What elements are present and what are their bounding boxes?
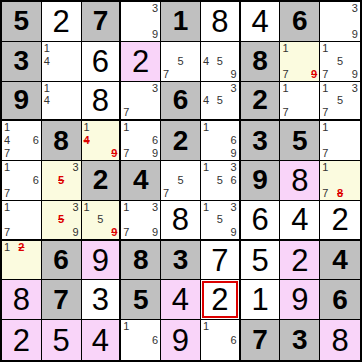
candidate-empty [27, 202, 39, 214]
candidate-empty [214, 147, 225, 159]
candidate: 9 [225, 67, 236, 79]
given-digit: 8 [252, 47, 268, 75]
cell-r7c7[interactable]: 5 [241, 241, 281, 281]
entered-digit: 9 [291, 284, 308, 315]
candidate: 5 [334, 55, 346, 67]
cell-r7c8[interactable]: 2 [280, 241, 320, 281]
candidate-empty [203, 226, 214, 238]
candidate-empty [67, 43, 79, 55]
cell-r1c3[interactable]: 7 [82, 2, 122, 42]
cell-r6c4[interactable]: 1379 [121, 201, 161, 241]
pencil-marks: 35 [42, 161, 81, 200]
candidate-empty [322, 28, 334, 40]
candidate: 1 [4, 202, 16, 214]
candidate-empty [203, 174, 214, 186]
entered-digit: 8 [291, 165, 308, 196]
cell-r6c3[interactable]: 159 [82, 201, 122, 241]
given-digit: 3 [292, 326, 308, 354]
candidate-empty [346, 15, 358, 27]
cell-r2c4[interactable]: 2 [121, 42, 161, 82]
candidate-struck: 9 [106, 147, 117, 159]
candidate-empty [106, 202, 117, 214]
candidate: 6 [147, 135, 159, 147]
cell-r1c9[interactable]: 39 [320, 2, 360, 42]
cell-r3c7[interactable]: 2 [241, 82, 281, 122]
cell-r5c8[interactable]: 8 [280, 161, 320, 201]
candidate: 9 [346, 28, 358, 40]
candidate: 6 [225, 174, 236, 186]
cell-r3c8[interactable]: 17 [280, 82, 320, 122]
candidate-empty [334, 83, 346, 95]
candidate-empty [135, 346, 147, 359]
cell-r8c1[interactable]: 8 [2, 280, 42, 320]
cell-r8c6[interactable]: 2 [201, 280, 241, 320]
candidate-empty [16, 135, 28, 147]
cell-r1c2[interactable]: 2 [42, 2, 82, 42]
candidate: 1 [4, 162, 16, 174]
candidate-empty [55, 43, 67, 55]
candidate-empty [175, 162, 187, 174]
candidate-empty [135, 122, 147, 134]
candidate: 5 [175, 174, 187, 186]
cell-r2c8[interactable]: 179 [280, 42, 320, 82]
cell-r2c7[interactable]: 8 [241, 42, 281, 82]
cell-r2c1[interactable]: 3 [2, 42, 42, 82]
candidate-empty [106, 122, 117, 134]
cell-r9c1[interactable]: 2 [2, 320, 42, 360]
candidate: 1 [84, 122, 95, 134]
candidate-empty [55, 226, 67, 238]
candidate-empty [106, 214, 117, 226]
candidate-empty [135, 106, 147, 118]
candidate-empty [175, 187, 187, 199]
candidate-empty [135, 94, 147, 106]
candidate: 7 [4, 147, 16, 159]
candidate-empty [147, 15, 159, 27]
candidate: 5 [214, 214, 225, 226]
candidate-empty [16, 187, 28, 199]
candidate-empty [123, 28, 135, 40]
candidate-empty [4, 174, 16, 186]
candidate-empty [163, 174, 175, 186]
candidate-empty [44, 174, 56, 186]
cell-r6c5[interactable]: 8 [161, 201, 201, 241]
candidate-empty [282, 55, 294, 67]
candidate-empty [334, 135, 346, 147]
cell-r3c3[interactable]: 8 [82, 82, 122, 122]
candidate-empty [203, 187, 214, 199]
cell-r6c8[interactable]: 4 [280, 201, 320, 241]
candidate: 7 [123, 106, 135, 118]
cell-r6c1[interactable]: 17 [2, 201, 42, 241]
given-digit: 3 [173, 246, 189, 274]
entered-digit: 2 [211, 284, 228, 315]
candidate: 4 [44, 55, 56, 67]
candidate-empty [67, 106, 79, 118]
candidate: 3 [67, 202, 79, 214]
pencil-marks: 459 [201, 42, 239, 81]
candidate: 5 [214, 55, 225, 67]
pencil-marks: 1357 [320, 82, 360, 120]
cell-r7c9[interactable]: 4 [320, 241, 360, 281]
cell-r1c1[interactable]: 5 [2, 2, 42, 42]
candidate: 1 [322, 122, 334, 134]
cell-r7c5[interactable]: 3 [161, 241, 201, 281]
candidate-empty [306, 83, 318, 95]
cell-r5c9[interactable]: 178 [320, 161, 360, 201]
candidate: 1 [123, 321, 135, 334]
candidate-empty [334, 122, 346, 134]
candidate-empty [214, 135, 225, 147]
cell-r3c5[interactable]: 6 [161, 82, 201, 122]
candidate-empty [214, 226, 225, 238]
candidate-empty [44, 202, 56, 214]
candidate-empty [214, 83, 225, 95]
cell-r7c6[interactable]: 7 [201, 241, 241, 281]
entered-digit: 4 [92, 325, 109, 356]
entered-digit: 8 [331, 325, 348, 356]
candidate-empty [346, 174, 358, 186]
candidate: 7 [123, 147, 135, 159]
candidate-empty [306, 94, 318, 106]
candidate-empty [55, 162, 67, 174]
candidate-empty [294, 106, 306, 118]
candidate-empty [186, 187, 198, 199]
candidate-empty [225, 122, 236, 134]
candidate-empty [135, 214, 147, 226]
candidate-empty [294, 43, 306, 55]
cell-r7c4[interactable]: 8 [121, 241, 161, 281]
candidate-empty [27, 187, 39, 199]
candidate: 1 [4, 242, 16, 254]
candidate: 6 [27, 174, 39, 186]
candidate-empty [214, 67, 225, 79]
cell-r9c3[interactable]: 4 [82, 320, 122, 360]
candidate-empty [44, 106, 56, 118]
candidate: 1 [4, 122, 16, 134]
candidate-empty [334, 106, 346, 118]
pencil-marks: 14 [42, 42, 81, 81]
pencil-marks: 16 [201, 320, 239, 360]
entered-digit: 8 [92, 85, 109, 116]
cell-r3c4[interactable]: 37 [121, 82, 161, 122]
pencil-marks: 345 [201, 82, 239, 120]
cell-r5c4[interactable]: 4 [121, 161, 161, 201]
candidate: 7 [4, 226, 16, 238]
candidate-empty [67, 187, 79, 199]
candidate: 7 [123, 226, 135, 238]
candidate-empty [27, 266, 39, 278]
candidate: 7 [322, 67, 334, 79]
candidate-empty [203, 334, 214, 347]
candidate-empty [214, 202, 225, 214]
candidate: 9 [67, 226, 79, 238]
cell-r4c7[interactable]: 3 [241, 121, 281, 161]
candidate-empty [334, 174, 346, 186]
candidate-empty [67, 174, 79, 186]
cell-r3c6[interactable]: 345 [201, 82, 241, 122]
candidate: 7 [4, 187, 16, 199]
given-digit: 2 [93, 166, 109, 194]
cell-r4c4[interactable]: 1679 [121, 121, 161, 161]
candidate-empty [175, 43, 187, 55]
entered-digit: 6 [251, 204, 268, 235]
pencil-marks: 17 [280, 82, 319, 120]
candidate-empty [225, 187, 236, 199]
candidate-empty [123, 346, 135, 359]
candidate-empty [147, 94, 159, 106]
candidate-empty [203, 214, 214, 226]
cell-r7c3[interactable]: 9 [82, 241, 122, 281]
given-digit: 6 [292, 7, 308, 35]
cell-r9c5[interactable]: 9 [161, 320, 201, 360]
cell-r9c7[interactable]: 7 [241, 320, 281, 360]
candidate-empty [135, 83, 147, 95]
candidate-empty [55, 187, 67, 199]
cell-r2c9[interactable]: 1579 [320, 42, 360, 82]
candidate-empty [334, 28, 346, 40]
pencil-marks: 37 [121, 82, 160, 120]
candidate-struck: 9 [306, 67, 318, 79]
candidate: 1 [84, 202, 95, 214]
cell-r9c8[interactable]: 3 [280, 320, 320, 360]
pencil-marks: 12 [2, 241, 41, 280]
cell-r6c6[interactable]: 1359 [201, 201, 241, 241]
cell-r2c2[interactable]: 14 [42, 42, 82, 82]
cell-r3c9[interactable]: 1357 [320, 82, 360, 122]
candidate-struck: 5 [55, 214, 67, 226]
cell-r9c2[interactable]: 5 [42, 320, 82, 360]
candidate: 5 [175, 55, 187, 67]
given-digit: 6 [332, 286, 348, 314]
cell-r9c9[interactable]: 8 [320, 320, 360, 360]
candidate: 1 [322, 83, 334, 95]
entered-digit: 5 [251, 245, 268, 276]
given-digit: 5 [292, 127, 308, 155]
candidate-empty [95, 202, 106, 214]
candidate-empty [186, 43, 198, 55]
cell-r8c7[interactable]: 1 [241, 280, 281, 320]
given-digit: 3 [14, 47, 30, 75]
cell-r3c1[interactable]: 9 [2, 82, 42, 122]
cell-r2c6[interactable]: 459 [201, 42, 241, 82]
cell-r5c2[interactable]: 35 [42, 161, 82, 201]
cell-r1c8[interactable]: 6 [280, 2, 320, 42]
candidate-empty [55, 67, 67, 79]
entered-digit: 9 [172, 325, 189, 356]
candidate-empty [123, 214, 135, 226]
candidate: 3 [346, 3, 358, 15]
candidate-empty [186, 162, 198, 174]
candidate-empty [123, 15, 135, 27]
candidate-empty [95, 135, 106, 147]
candidate-empty [163, 162, 175, 174]
pencil-marks: 1679 [121, 121, 160, 160]
cell-r4c2[interactable]: 8 [42, 121, 82, 161]
candidate-empty [225, 321, 236, 334]
candidate-empty [44, 67, 56, 79]
candidate: 3 [346, 83, 358, 95]
cell-r8c5[interactable]: 4 [161, 280, 201, 320]
entered-digit: 2 [132, 46, 149, 77]
cell-r5c5[interactable]: 57 [161, 161, 201, 201]
cell-r7c2[interactable]: 6 [42, 241, 82, 281]
pencil-marks: 57 [161, 42, 200, 81]
candidate-empty [27, 147, 39, 159]
candidate-empty [84, 226, 95, 238]
cell-r2c5[interactable]: 57 [161, 42, 201, 82]
candidate-empty [123, 3, 135, 15]
candidate: 9 [147, 226, 159, 238]
candidate-empty [123, 334, 135, 347]
candidate: 1 [123, 122, 135, 134]
candidate: 6 [27, 135, 39, 147]
cell-r9c6[interactable]: 16 [201, 320, 241, 360]
entered-digit: 9 [92, 245, 109, 276]
entered-digit: 1 [251, 284, 268, 315]
given-digit: 5 [14, 7, 30, 35]
candidate-empty [135, 135, 147, 147]
candidate-empty [334, 15, 346, 27]
candidate-empty [16, 254, 28, 266]
candidate-empty [334, 147, 346, 159]
candidate-empty [123, 135, 135, 147]
cell-r5c3[interactable]: 2 [82, 161, 122, 201]
cell-r6c2[interactable]: 359 [42, 201, 82, 241]
candidate-empty [346, 147, 358, 159]
entered-digit: 2 [13, 325, 30, 356]
cell-r4c9[interactable]: 17 [320, 121, 360, 161]
candidate: 1 [123, 202, 135, 214]
pencil-marks: 17 [320, 121, 360, 160]
candidate-empty [16, 214, 28, 226]
candidate-empty [27, 254, 39, 266]
entered-digit: 8 [172, 204, 189, 235]
cell-r4c5[interactable]: 2 [161, 121, 201, 161]
cell-r1c6[interactable]: 8 [201, 2, 241, 42]
candidate: 3 [147, 202, 159, 214]
entered-digit: 6 [92, 46, 109, 77]
candidate: 7 [282, 67, 294, 79]
cell-r4c1[interactable]: 1467 [2, 121, 42, 161]
candidate: 5 [95, 214, 106, 226]
candidate-empty [203, 43, 214, 55]
candidate-empty [135, 28, 147, 40]
candidate: 1 [203, 162, 214, 174]
candidate-empty [95, 226, 106, 238]
candidate: 3 [225, 202, 236, 214]
cell-r1c4[interactable]: 39 [121, 2, 161, 42]
candidate: 1 [44, 43, 56, 55]
candidate: 3 [147, 83, 159, 95]
candidate-empty [346, 94, 358, 106]
candidate-empty [282, 94, 294, 106]
entered-digit: 3 [92, 284, 109, 315]
candidate: 1 [44, 83, 56, 95]
candidate-empty [16, 147, 28, 159]
cell-r8c2[interactable]: 7 [42, 280, 82, 320]
candidate: 7 [322, 147, 334, 159]
candidate-empty [163, 43, 175, 55]
candidate-empty [163, 55, 175, 67]
candidate-empty [16, 122, 28, 134]
pencil-marks: 1467 [2, 121, 41, 160]
entered-digit: 4 [251, 6, 268, 37]
cell-r4c6[interactable]: 169 [201, 121, 241, 161]
candidate: 1 [203, 202, 214, 214]
candidate-empty [346, 106, 358, 118]
cell-r6c7[interactable]: 6 [241, 201, 281, 241]
pencil-marks: 17 [2, 201, 41, 239]
cell-r4c3[interactable]: 149 [82, 121, 122, 161]
candidate-struck: 2 [16, 242, 28, 254]
cell-r1c5[interactable]: 1 [161, 2, 201, 42]
cell-r7c1[interactable]: 12 [2, 241, 42, 281]
cell-r6c9[interactable]: 2 [320, 201, 360, 241]
cell-r5c1[interactable]: 167 [2, 161, 42, 201]
candidate-empty [203, 83, 214, 95]
cell-r1c7[interactable]: 4 [241, 2, 281, 42]
pencil-marks: 57 [161, 161, 200, 200]
pencil-marks: 1356 [201, 161, 239, 200]
candidate: 1 [322, 43, 334, 55]
candidate-empty [346, 162, 358, 174]
given-digit: 9 [252, 166, 268, 194]
given-digit: 9 [14, 86, 30, 114]
cell-r9c4[interactable]: 16 [121, 320, 161, 360]
candidate: 3 [147, 3, 159, 15]
candidate: 4 [203, 55, 214, 67]
cell-r3c2[interactable]: 14 [42, 82, 82, 122]
candidate-empty [84, 214, 95, 226]
cell-r8c8[interactable]: 9 [280, 280, 320, 320]
cell-r8c3[interactable]: 3 [82, 280, 122, 320]
candidate-empty [27, 242, 39, 254]
given-digit: 2 [252, 86, 268, 114]
candidate: 7 [322, 106, 334, 118]
entered-digit: 5 [53, 325, 70, 356]
candidate-empty [225, 55, 236, 67]
candidate-empty [16, 202, 28, 214]
pencil-marks: 1379 [121, 201, 160, 239]
pencil-marks: 178 [320, 161, 360, 200]
entered-digit: 4 [172, 284, 189, 315]
cell-r5c6[interactable]: 1356 [201, 161, 241, 201]
cell-r8c9[interactable]: 6 [320, 280, 360, 320]
cell-r4c8[interactable]: 5 [280, 121, 320, 161]
candidate-empty [147, 106, 159, 118]
candidate: 1 [203, 122, 214, 134]
cell-r8c4[interactable]: 5 [121, 280, 161, 320]
candidate: 5 [214, 174, 225, 186]
candidate-empty [225, 214, 236, 226]
candidate-empty [203, 67, 214, 79]
candidate-empty [4, 254, 16, 266]
candidate-empty [27, 226, 39, 238]
candidate: 6 [225, 135, 236, 147]
candidate: 1 [282, 43, 294, 55]
candidate: 7 [282, 106, 294, 118]
candidate-empty [203, 346, 214, 359]
pencil-marks: 39 [320, 2, 360, 41]
cell-r2c3[interactable]: 6 [82, 42, 122, 82]
sudoku-board: 5273918463931462574598179157991483763452… [0, 0, 362, 362]
given-digit: 8 [133, 246, 149, 274]
candidate-empty [225, 106, 236, 118]
pencil-marks: 169 [201, 121, 239, 160]
cell-r5c7[interactable]: 9 [241, 161, 281, 201]
given-digit: 8 [53, 127, 69, 155]
